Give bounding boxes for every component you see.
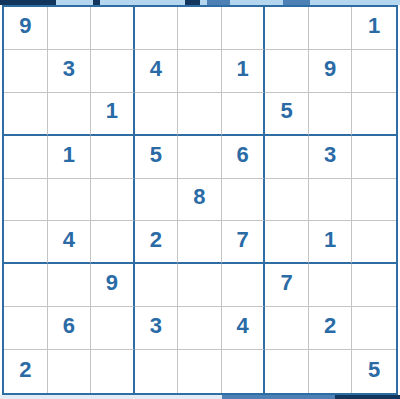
cell-r2c8[interactable]: 9 xyxy=(309,50,353,93)
cell-r8c9[interactable] xyxy=(352,307,396,350)
sudoku-grid: 9134191515638427197634225 xyxy=(4,7,396,393)
cell-r6c6[interactable]: 7 xyxy=(222,221,266,264)
cell-r7c3[interactable]: 9 xyxy=(91,264,135,307)
cell-r1c7[interactable] xyxy=(265,7,309,50)
cell-r2c4[interactable]: 4 xyxy=(135,50,179,93)
cell-r6c2[interactable]: 4 xyxy=(48,221,92,264)
cell-r7c7[interactable]: 7 xyxy=(265,264,309,307)
cell-r6c8[interactable]: 1 xyxy=(309,221,353,264)
cell-r1c6[interactable] xyxy=(222,7,266,50)
cell-r1c9[interactable]: 1 xyxy=(352,7,396,50)
cell-r5c7[interactable] xyxy=(265,179,309,222)
cell-r4c6[interactable]: 6 xyxy=(222,136,266,179)
cell-r7c5[interactable] xyxy=(178,264,222,307)
cell-r7c2[interactable] xyxy=(48,264,92,307)
cell-r5c8[interactable] xyxy=(309,179,353,222)
cell-r7c4[interactable] xyxy=(135,264,179,307)
cell-r9c4[interactable] xyxy=(135,350,179,393)
cell-r3c9[interactable] xyxy=(352,93,396,136)
cell-r1c2[interactable] xyxy=(48,7,92,50)
cell-r8c6[interactable]: 4 xyxy=(222,307,266,350)
cell-r9c1[interactable]: 2 xyxy=(4,350,48,393)
cell-r5c4[interactable] xyxy=(135,179,179,222)
cell-r9c3[interactable] xyxy=(91,350,135,393)
cell-r7c6[interactable] xyxy=(222,264,266,307)
cell-r5c2[interactable] xyxy=(48,179,92,222)
cell-r5c9[interactable] xyxy=(352,179,396,222)
cell-r5c5[interactable]: 8 xyxy=(178,179,222,222)
cell-r8c8[interactable]: 2 xyxy=(309,307,353,350)
cell-r8c5[interactable] xyxy=(178,307,222,350)
cell-r7c1[interactable] xyxy=(4,264,48,307)
cell-r8c4[interactable]: 3 xyxy=(135,307,179,350)
cell-r9c9[interactable]: 5 xyxy=(352,350,396,393)
cell-r1c5[interactable] xyxy=(178,7,222,50)
cell-r1c8[interactable] xyxy=(309,7,353,50)
cell-r1c3[interactable] xyxy=(91,7,135,50)
cell-r4c1[interactable] xyxy=(4,136,48,179)
cell-r6c9[interactable] xyxy=(352,221,396,264)
cell-r3c8[interactable] xyxy=(309,93,353,136)
cell-r3c5[interactable] xyxy=(178,93,222,136)
cell-r4c7[interactable] xyxy=(265,136,309,179)
cell-r7c8[interactable] xyxy=(309,264,353,307)
cell-r5c3[interactable] xyxy=(91,179,135,222)
cell-r9c8[interactable] xyxy=(309,350,353,393)
cell-r8c3[interactable] xyxy=(91,307,135,350)
cell-r6c7[interactable] xyxy=(265,221,309,264)
cell-r2c6[interactable]: 1 xyxy=(222,50,266,93)
cell-r9c6[interactable] xyxy=(222,350,266,393)
cell-r6c5[interactable] xyxy=(178,221,222,264)
cell-r2c7[interactable] xyxy=(265,50,309,93)
cell-r4c8[interactable]: 3 xyxy=(309,136,353,179)
cell-r3c1[interactable] xyxy=(4,93,48,136)
cell-r6c4[interactable]: 2 xyxy=(135,221,179,264)
cell-r3c6[interactable] xyxy=(222,93,266,136)
cell-r4c3[interactable] xyxy=(91,136,135,179)
cell-r2c2[interactable]: 3 xyxy=(48,50,92,93)
cell-r2c5[interactable] xyxy=(178,50,222,93)
cell-r3c3[interactable]: 1 xyxy=(91,93,135,136)
cell-r4c4[interactable]: 5 xyxy=(135,136,179,179)
cell-r8c2[interactable]: 6 xyxy=(48,307,92,350)
cell-r2c9[interactable] xyxy=(352,50,396,93)
cell-r6c1[interactable] xyxy=(4,221,48,264)
cell-r2c3[interactable] xyxy=(91,50,135,93)
cell-r3c4[interactable] xyxy=(135,93,179,136)
cell-r4c2[interactable]: 1 xyxy=(48,136,92,179)
cell-r1c4[interactable] xyxy=(135,7,179,50)
cell-r2c1[interactable] xyxy=(4,50,48,93)
sudoku-board: 9134191515638427197634225 xyxy=(2,5,398,395)
cell-r9c7[interactable] xyxy=(265,350,309,393)
cell-r9c2[interactable] xyxy=(48,350,92,393)
cell-r5c1[interactable] xyxy=(4,179,48,222)
bottom-bar-fragment xyxy=(222,395,335,399)
cell-r6c3[interactable] xyxy=(91,221,135,264)
cell-r9c5[interactable] xyxy=(178,350,222,393)
cell-r8c1[interactable] xyxy=(4,307,48,350)
cell-r7c9[interactable] xyxy=(352,264,396,307)
cell-r3c2[interactable] xyxy=(48,93,92,136)
sudoku-page: 9134191515638427197634225 xyxy=(0,0,400,399)
cell-r8c7[interactable] xyxy=(265,307,309,350)
bottom-bar-fragment xyxy=(335,395,400,399)
cell-r1c1[interactable]: 9 xyxy=(4,7,48,50)
cell-r4c9[interactable] xyxy=(352,136,396,179)
cell-r4c5[interactable] xyxy=(178,136,222,179)
cell-r5c6[interactable] xyxy=(222,179,266,222)
cropped-bottom-bar xyxy=(0,395,400,399)
cell-r3c7[interactable]: 5 xyxy=(265,93,309,136)
